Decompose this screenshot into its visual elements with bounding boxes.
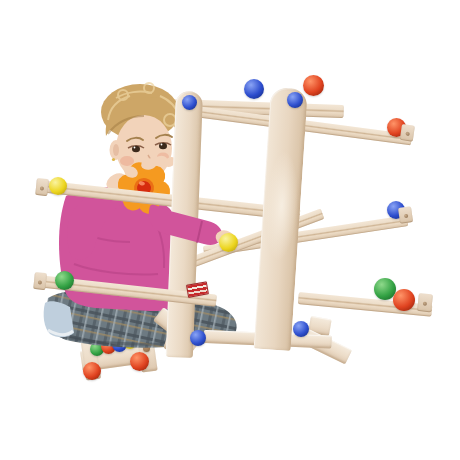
peg-post-right-top <box>287 92 303 108</box>
cap-track-5 <box>33 272 47 290</box>
child-left-sleeve <box>149 205 222 245</box>
ball-green-track5 <box>55 271 74 290</box>
cap-track-5-screw <box>38 280 42 284</box>
peg-post-left-top <box>182 95 197 110</box>
ball-yellow-track4 <box>219 233 238 252</box>
peg-post-right-bottom <box>293 321 309 337</box>
product-photo <box>0 0 460 460</box>
child-left-arm <box>0 0 460 460</box>
peg-post-left-bottom <box>190 330 206 346</box>
